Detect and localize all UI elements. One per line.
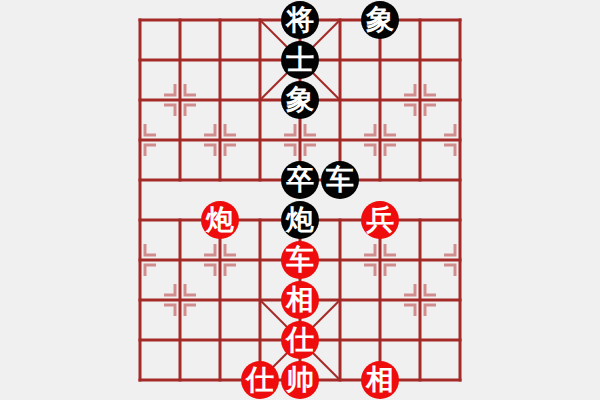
piece-red-elephant[interactable]: 相 <box>361 361 399 399</box>
piece-red-cannon[interactable]: 炮 <box>201 201 239 239</box>
piece-black-general[interactable]: 将 <box>281 1 319 39</box>
piece-red-advisor[interactable]: 仕 <box>281 321 319 359</box>
piece-red-elephant[interactable]: 相 <box>281 281 319 319</box>
piece-black-elephant[interactable]: 象 <box>281 81 319 119</box>
piece-red-chariot[interactable]: 车 <box>281 241 319 279</box>
piece-black-soldier[interactable]: 卒 <box>281 161 319 199</box>
piece-black-cannon[interactable]: 炮 <box>281 201 319 239</box>
piece-red-advisor[interactable]: 仕 <box>241 361 279 399</box>
xiangqi-board-diagram: 将象士象卒车炮炮兵车相仕仕帅相 <box>0 0 600 400</box>
piece-red-general[interactable]: 帅 <box>281 361 319 399</box>
piece-black-elephant[interactable]: 象 <box>361 1 399 39</box>
piece-black-advisor[interactable]: 士 <box>281 41 319 79</box>
piece-red-soldier[interactable]: 兵 <box>361 201 399 239</box>
pieces-layer: 将象士象卒车炮炮兵车相仕仕帅相 <box>0 0 600 400</box>
piece-black-chariot[interactable]: 车 <box>321 161 359 199</box>
